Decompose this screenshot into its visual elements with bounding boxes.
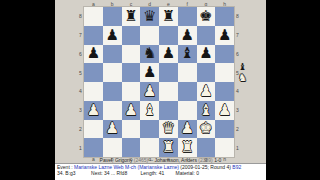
square-b2: ♟ bbox=[103, 120, 122, 139]
black-rook-piece: ♜ bbox=[124, 9, 137, 24]
square-f7: ♟ bbox=[178, 26, 197, 45]
square-h1 bbox=[215, 138, 234, 157]
square-g6: ♟ bbox=[197, 45, 216, 64]
square-f8 bbox=[178, 7, 197, 26]
square-h3: ♟ bbox=[215, 101, 234, 120]
square-d8: ♛ bbox=[140, 7, 159, 26]
square-b4 bbox=[103, 82, 122, 101]
game-length: Length: 41 bbox=[141, 170, 165, 176]
rank-label: 8 bbox=[235, 7, 240, 26]
chess-board: ♜♛♜♚♟♟♟♟♞♟♝♟♟♟♟♟♟♝♝♟♟♛♟♚♜♜ bbox=[84, 7, 234, 157]
square-d6: ♞ bbox=[140, 45, 159, 64]
rank-label: 2 bbox=[235, 120, 240, 139]
square-a4 bbox=[84, 82, 103, 101]
square-f6: ♝ bbox=[178, 45, 197, 64]
square-e1: ♜ bbox=[159, 138, 178, 157]
white-queen-piece: ♛ bbox=[162, 121, 175, 136]
square-d2 bbox=[140, 120, 159, 139]
square-c4 bbox=[122, 82, 141, 101]
black-pawn-piece: ♟ bbox=[180, 28, 193, 43]
white-rook-piece: ♜ bbox=[162, 140, 175, 155]
square-d4: ♟ bbox=[140, 82, 159, 101]
white-pawn-piece: ♟ bbox=[199, 84, 212, 99]
white-pawn-piece: ♟ bbox=[124, 103, 137, 118]
letterbox-right bbox=[266, 0, 320, 180]
black-queen-piece: ♛ bbox=[143, 9, 156, 24]
letterbox-left bbox=[0, 0, 55, 180]
rank-label: 3 bbox=[235, 101, 240, 120]
black-pawn-piece: ♟ bbox=[143, 65, 156, 80]
square-g3: ♝ bbox=[197, 101, 216, 120]
square-b7: ♟ bbox=[103, 26, 122, 45]
square-g7 bbox=[197, 26, 216, 45]
square-c8: ♜ bbox=[122, 7, 141, 26]
white-pawn-piece: ♟ bbox=[87, 103, 100, 118]
square-e8: ♜ bbox=[159, 7, 178, 26]
square-f2: ♟ bbox=[178, 120, 197, 139]
square-a1 bbox=[84, 138, 103, 157]
square-e4 bbox=[159, 82, 178, 101]
square-a7 bbox=[84, 26, 103, 45]
square-e7 bbox=[159, 26, 178, 45]
square-b5 bbox=[103, 63, 122, 82]
square-a3: ♟ bbox=[84, 101, 103, 120]
move-line: 34. B:g3 Next: 34 ... Rfd8 Length: 41 Ma… bbox=[55, 170, 266, 176]
square-f5 bbox=[178, 63, 197, 82]
square-g1 bbox=[197, 138, 216, 157]
black-pawn-piece: ♟ bbox=[105, 28, 118, 43]
square-b3 bbox=[103, 101, 122, 120]
next-move: Next: 34 ... Rfd8 bbox=[91, 170, 127, 176]
white-pawn-piece: ♟ bbox=[180, 121, 193, 136]
black-king-piece: ♚ bbox=[199, 9, 212, 24]
rank-label: 7 bbox=[235, 26, 240, 45]
square-a6: ♟ bbox=[84, 45, 103, 64]
square-b6 bbox=[103, 45, 122, 64]
rank-label: 3 bbox=[78, 101, 83, 120]
square-e2: ♛ bbox=[159, 120, 178, 139]
captured-black-bishop: ♝ bbox=[238, 62, 247, 72]
square-d3: ♝ bbox=[140, 101, 159, 120]
square-b8 bbox=[103, 7, 122, 26]
white-bishop-piece: ♝ bbox=[143, 103, 156, 118]
square-h4 bbox=[215, 82, 234, 101]
square-e3 bbox=[159, 101, 178, 120]
rank-label: 2 bbox=[78, 120, 83, 139]
white-pawn-piece: ♟ bbox=[105, 121, 118, 136]
rank-label: 8 bbox=[78, 7, 83, 26]
game-info-box: Event : Marianske Lazne Web M-ch (Marian… bbox=[55, 163, 266, 180]
chess-panel: abcdefgh abcdefgh 87654321 87654321 ♜♛♜♚… bbox=[55, 0, 266, 180]
rank-labels-left: 87654321 bbox=[78, 7, 83, 157]
square-b1 bbox=[103, 138, 122, 157]
rank-label: 6 bbox=[78, 45, 83, 64]
material-balance: Material: 0 bbox=[176, 170, 199, 176]
black-pawn-piece: ♟ bbox=[218, 28, 231, 43]
rank-label: 1 bbox=[235, 138, 240, 157]
square-c2 bbox=[122, 120, 141, 139]
square-h2 bbox=[215, 120, 234, 139]
white-pawn-piece: ♟ bbox=[218, 103, 231, 118]
white-bishop-piece: ♝ bbox=[199, 103, 212, 118]
square-h8 bbox=[215, 7, 234, 26]
square-d7 bbox=[140, 26, 159, 45]
square-c3: ♟ bbox=[122, 101, 141, 120]
square-h7: ♟ bbox=[215, 26, 234, 45]
square-d5: ♟ bbox=[140, 63, 159, 82]
square-a2 bbox=[84, 120, 103, 139]
square-c7 bbox=[122, 26, 141, 45]
last-move: 34. B:g3 bbox=[57, 170, 76, 176]
captured-white-knight: ♞ bbox=[238, 73, 247, 83]
square-c5 bbox=[122, 63, 141, 82]
square-h6 bbox=[215, 45, 234, 64]
square-g2: ♚ bbox=[197, 120, 216, 139]
square-e5 bbox=[159, 63, 178, 82]
rank-label: 5 bbox=[78, 63, 83, 82]
square-a5 bbox=[84, 63, 103, 82]
eco-code-link: B92 bbox=[232, 164, 241, 170]
captured-pieces-tray: ♝♞ bbox=[236, 62, 249, 83]
square-a8 bbox=[84, 7, 103, 26]
rank-label: 4 bbox=[235, 82, 240, 101]
black-knight-piece: ♞ bbox=[143, 46, 156, 61]
black-pawn-piece: ♟ bbox=[199, 46, 212, 61]
square-d1 bbox=[140, 138, 159, 157]
rank-label: 1 bbox=[78, 138, 83, 157]
square-f3 bbox=[178, 101, 197, 120]
square-f1: ♜ bbox=[178, 138, 197, 157]
black-bishop-piece: ♝ bbox=[180, 46, 193, 61]
white-rook-piece: ♜ bbox=[180, 140, 193, 155]
square-f4 bbox=[178, 82, 197, 101]
square-g8: ♚ bbox=[197, 7, 216, 26]
video-frame: abcdefgh abcdefgh 87654321 87654321 ♜♛♜♚… bbox=[0, 0, 320, 180]
rank-label: 4 bbox=[78, 82, 83, 101]
square-e6: ♟ bbox=[159, 45, 178, 64]
white-pawn-piece: ♟ bbox=[143, 84, 156, 99]
black-pawn-piece: ♟ bbox=[87, 46, 100, 61]
black-rook-piece: ♜ bbox=[162, 9, 175, 24]
black-pawn-piece: ♟ bbox=[162, 46, 175, 61]
square-g4: ♟ bbox=[197, 82, 216, 101]
square-c6 bbox=[122, 45, 141, 64]
rank-label: 7 bbox=[78, 26, 83, 45]
square-h5 bbox=[215, 63, 234, 82]
white-king-piece: ♚ bbox=[199, 121, 212, 136]
square-c1 bbox=[122, 138, 141, 157]
square-g5 bbox=[197, 63, 216, 82]
